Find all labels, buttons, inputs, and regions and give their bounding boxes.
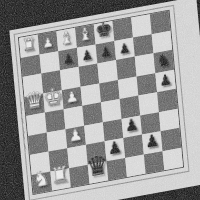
white-bishop[interactable]: ♝ — [58, 28, 75, 48]
black-pawn[interactable]: ♟ — [107, 139, 123, 158]
black-pawn[interactable]: ♟ — [62, 51, 75, 66]
black-pawn[interactable]: ♟ — [158, 72, 172, 89]
black-pawn[interactable]: ♟ — [99, 45, 112, 60]
black-pawn[interactable]: ♟ — [81, 48, 94, 63]
chess-board: ♜♟♝♝♚♟♟♟♟♞♛♚♟♟♟♟♟♟♞♜♛ — [19, 11, 183, 194]
white-knight[interactable]: ♞ — [32, 168, 52, 192]
white-rook[interactable]: ♜ — [21, 36, 37, 55]
black-knight[interactable]: ♞ — [155, 50, 171, 69]
white-pawn[interactable]: ♟ — [42, 36, 54, 51]
black-pawn[interactable]: ♟ — [118, 41, 131, 56]
square-f1[interactable] — [125, 154, 146, 177]
board-frame: ♜♟♝♝♚♟♟♟♟♞♛♚♟♟♟♟♟♟♞♜♛ — [9, 0, 200, 200]
black-pawn[interactable]: ♟ — [124, 116, 139, 134]
black-queen[interactable]: ♛ — [85, 151, 110, 181]
white-king[interactable]: ♚ — [42, 84, 64, 110]
white-bishop[interactable]: ♝ — [77, 24, 94, 44]
black-pawn[interactable]: ♟ — [144, 132, 160, 151]
black-king[interactable]: ♚ — [94, 18, 113, 41]
white-pawn[interactable]: ♟ — [68, 127, 83, 145]
white-rook[interactable]: ♜ — [50, 163, 71, 188]
photo-background: ♜♟♝♝♚♟♟♟♟♞♛♚♟♟♟♟♟♟♞♜♛ — [0, 0, 200, 200]
square-h1[interactable] — [163, 147, 184, 170]
square-g1[interactable] — [144, 151, 165, 174]
white-pawn[interactable]: ♟ — [65, 89, 79, 106]
